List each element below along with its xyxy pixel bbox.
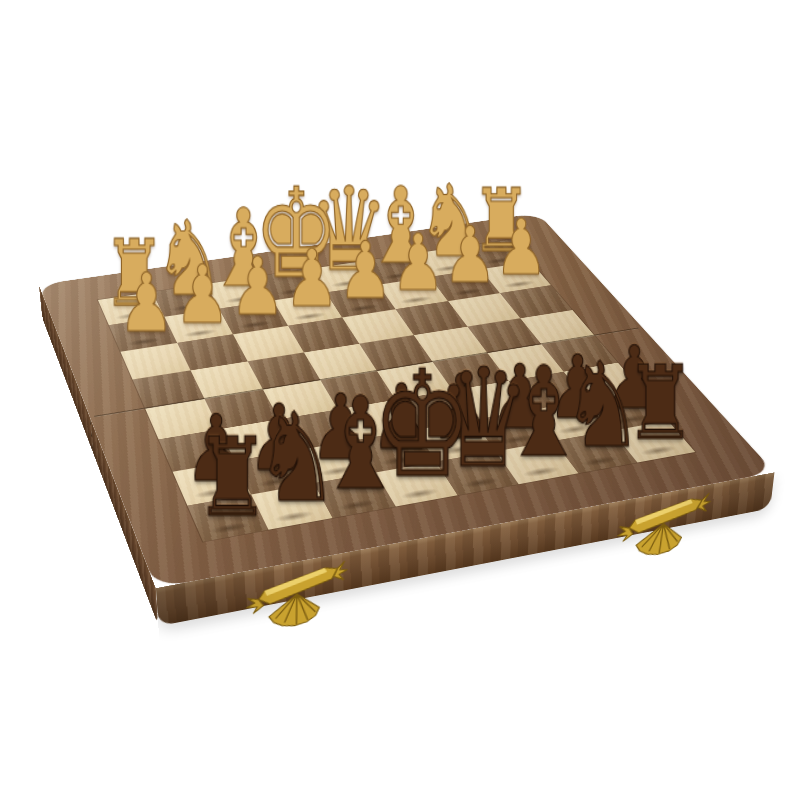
square: ♜ <box>187 494 268 541</box>
piece-white-pawn: ♟ <box>284 243 339 316</box>
piece-white-pawn: ♟ <box>174 258 229 332</box>
piece-white-pawn: ♟ <box>443 220 496 291</box>
piece-black-rook: ♜ <box>194 427 269 527</box>
board-grid: ♜♞♝♚♛♝♞♜♟♟♟♟♟♟♟♟♟♟♟♟♟♟♟♟♜♞♝♚♛♝♞♜ <box>98 239 695 541</box>
piece-white-pawn: ♟ <box>391 227 445 299</box>
board-top-face: ♜♞♝♚♛♝♞♜♟♟♟♟♟♟♟♟♟♟♟♟♟♟♟♟♜♞♝♚♛♝♞♜ <box>39 213 775 588</box>
fold-seam-side <box>90 417 94 454</box>
piece-white-pawn: ♟ <box>118 266 174 341</box>
chess-board: ♜♞♝♚♛♝♞♜♟♟♟♟♟♟♟♟♟♟♟♟♟♟♟♟♜♞♝♚♛♝♞♜ <box>39 213 775 588</box>
brass-clasp-right-icon <box>614 484 713 570</box>
piece-white-pawn: ♟ <box>230 250 285 323</box>
piece-white-pawn: ♟ <box>338 235 392 307</box>
chess-set-photo: ♜♞♝♚♛♝♞♜♟♟♟♟♟♟♟♟♟♟♟♟♟♟♟♟♜♞♝♚♛♝♞♜ <box>0 0 800 800</box>
piece-white-pawn: ♟ <box>494 213 547 284</box>
brass-clasp-left-icon <box>241 552 353 643</box>
